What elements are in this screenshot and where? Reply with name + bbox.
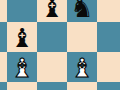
square-row1-col1[interactable]: ♝ xyxy=(7,22,37,52)
square-row0-col1[interactable] xyxy=(7,0,37,22)
black-bishop[interactable]: ♝ xyxy=(10,25,33,52)
square-row2-col2[interactable] xyxy=(37,52,67,82)
square-row1-col0[interactable] xyxy=(0,22,7,52)
square-row2-col1[interactable]: ♝ xyxy=(7,52,37,82)
square-row3-col0[interactable] xyxy=(0,82,7,90)
black-bishop[interactable]: ♝ xyxy=(40,0,63,22)
square-row2-col4[interactable] xyxy=(97,52,120,82)
white-bishop[interactable]: ♝ xyxy=(10,55,33,82)
chess-board-viewport: ♝♞♝♝♝ xyxy=(0,0,120,90)
white-bishop[interactable]: ♝ xyxy=(70,55,93,82)
square-row3-col1[interactable] xyxy=(7,82,37,90)
square-row0-col2[interactable]: ♝ xyxy=(37,0,67,22)
square-row3-col2[interactable] xyxy=(37,82,67,90)
square-row0-col3[interactable]: ♞ xyxy=(67,0,97,22)
square-row3-col4[interactable] xyxy=(97,82,120,90)
black-knight[interactable]: ♞ xyxy=(70,0,93,22)
square-row0-col0[interactable] xyxy=(0,0,7,22)
square-row0-col4[interactable] xyxy=(97,0,120,22)
square-row3-col3[interactable] xyxy=(67,82,97,90)
square-row1-col2[interactable] xyxy=(37,22,67,52)
square-row1-col4[interactable] xyxy=(97,22,120,52)
square-row2-col3[interactable]: ♝ xyxy=(67,52,97,82)
square-row1-col3[interactable] xyxy=(67,22,97,52)
chess-board: ♝♞♝♝♝ xyxy=(0,0,120,90)
square-row2-col0[interactable] xyxy=(0,52,7,82)
